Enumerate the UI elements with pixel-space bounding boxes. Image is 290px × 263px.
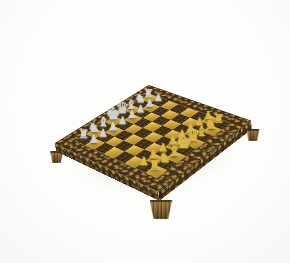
piece-black-pawn: ♟	[145, 98, 154, 108]
piece-black-pawn: ♟	[117, 115, 127, 126]
piece-black-pawn: ♟	[98, 127, 108, 138]
scene: ♜♟♟♜♞♟♟♞♝♟♟♝♛♟♟♛♚♟♟♚♝♟♟♝♞♟♟♞♜♟♟♜	[0, 0, 290, 263]
piece-black-pawn: ♟	[153, 93, 162, 103]
board-surface: ♜♟♟♜♞♟♟♞♝♟♟♝♛♟♟♛♚♟♟♚♝♟♟♝♞♟♟♞♜♟♟♜	[55, 85, 252, 192]
square-h1: ♜	[146, 165, 167, 177]
chess-board: ♜♟♟♜♞♟♟♞♝♟♟♝♛♟♟♛♚♟♟♚♝♟♟♝♞♟♟♞♜♟♟♜	[55, 85, 252, 192]
board-leg-front	[150, 200, 173, 219]
piece-black-pawn: ♟	[88, 134, 98, 145]
piece-white-rook: ♜	[149, 159, 161, 173]
piece-black-pawn: ♟	[127, 109, 137, 120]
chess-set-product-photo: ♜♟♟♜♞♟♟♞♝♟♟♝♛♟♟♛♚♟♟♚♝♟♟♝♞♟♟♞♜♟♟♜	[0, 0, 290, 263]
piece-black-pawn: ♟	[108, 121, 118, 132]
piece-black-pawn: ♟	[136, 104, 145, 115]
